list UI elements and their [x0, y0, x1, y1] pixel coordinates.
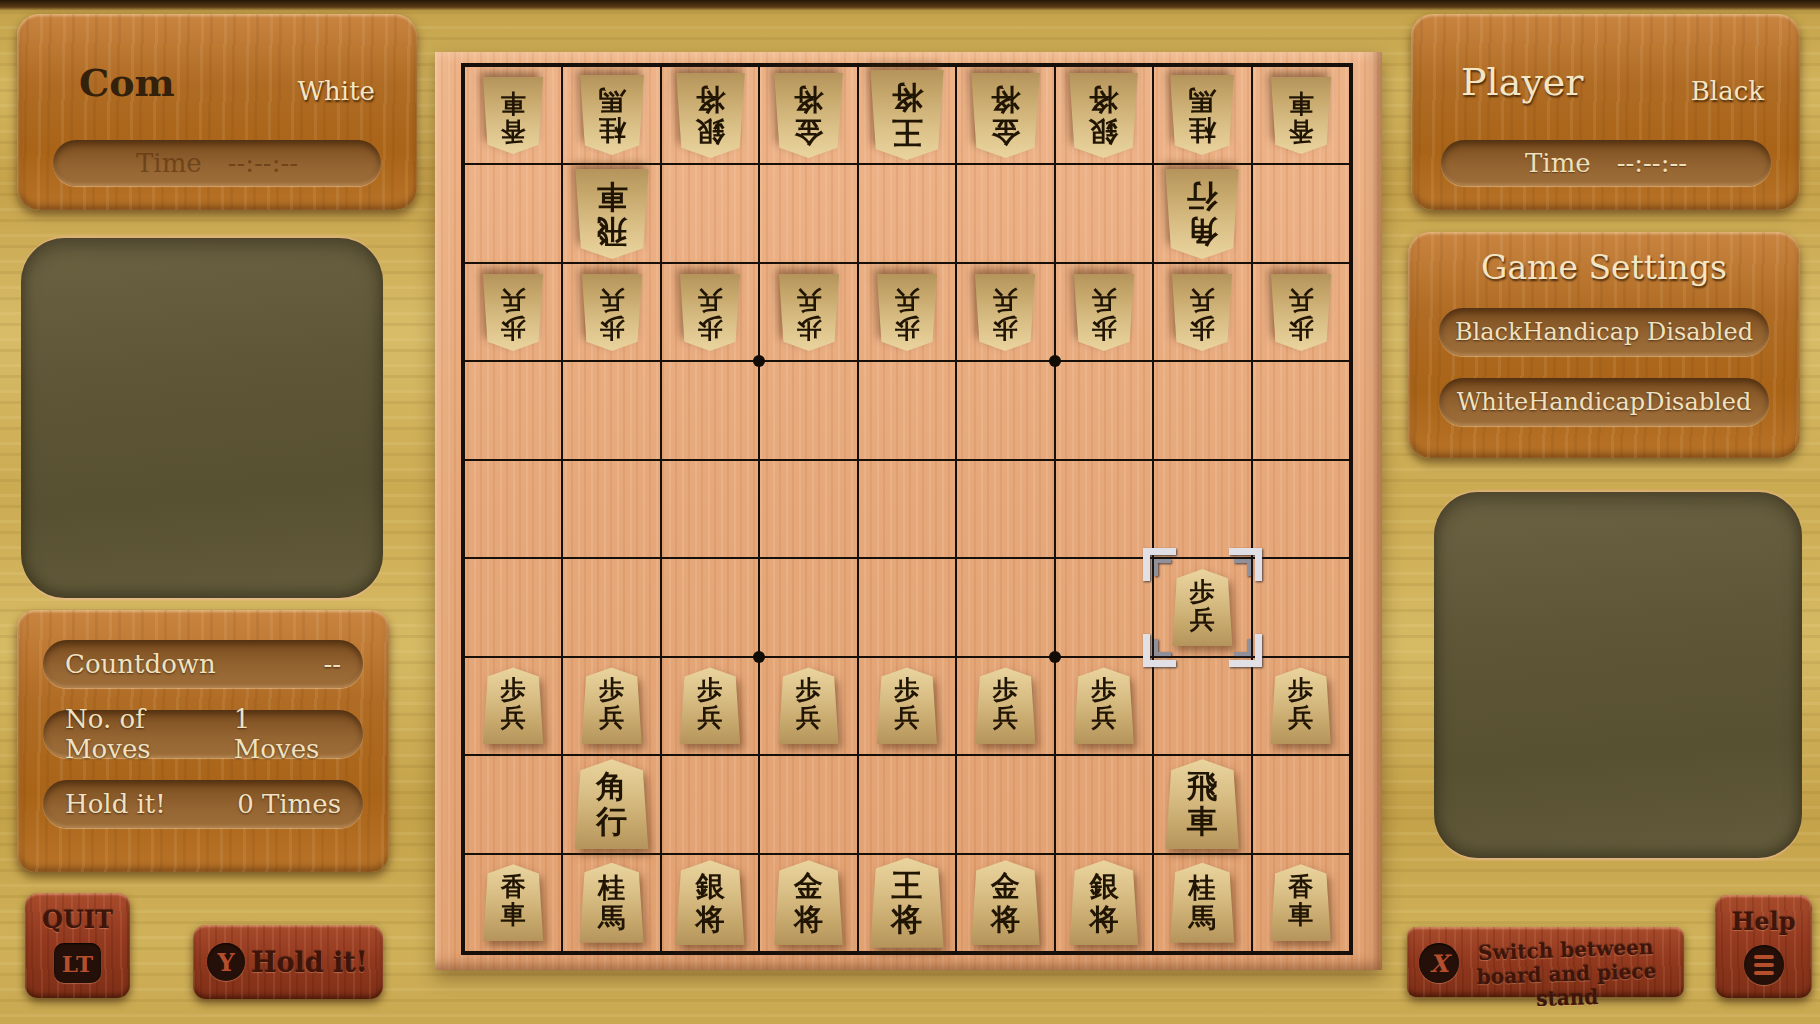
shogi-piece-black[interactable]: 歩兵 [1170, 569, 1234, 646]
shogi-piece-white[interactable]: 香車 [1269, 77, 1333, 154]
board-cell[interactable] [1252, 755, 1350, 853]
shogi-piece-black[interactable]: 香車 [1269, 864, 1333, 941]
shogi-piece-black[interactable]: 歩兵 [580, 667, 644, 744]
shogi-board: 香車桂馬銀将金将王将金将銀将桂馬香車飛車角行歩兵歩兵歩兵歩兵歩兵歩兵歩兵歩兵歩兵… [435, 52, 1382, 970]
board-cell[interactable]: 歩兵 [759, 263, 857, 361]
shogi-piece-black[interactable]: 桂馬 [1168, 863, 1236, 943]
shogi-piece-black[interactable]: 王将 [868, 858, 946, 948]
game-settings-panel: Game Settings BlackHandicap Disabled Whi… [1408, 232, 1800, 458]
board-cell[interactable] [464, 460, 562, 558]
board-cell[interactable] [1153, 361, 1251, 459]
shogi-piece-black[interactable]: 歩兵 [678, 667, 742, 744]
board-cell[interactable]: 桂馬 [562, 854, 660, 952]
hoshi-point [753, 355, 765, 367]
board-cell[interactable]: 歩兵 [1055, 263, 1153, 361]
shogi-piece-white[interactable]: 銀将 [674, 73, 747, 158]
board-cell[interactable] [759, 361, 857, 459]
x-key-icon: X [1419, 943, 1459, 983]
countdown-label: Countdown [65, 649, 216, 679]
board-cell[interactable] [661, 460, 759, 558]
countdown-value: -- [323, 649, 341, 679]
holdit-count-row: Hold it! 0 Times [43, 780, 363, 828]
board-cell[interactable] [661, 558, 759, 656]
hold-it-button[interactable]: Y Hold it! [193, 925, 383, 999]
shogi-piece-white[interactable]: 角行 [1163, 169, 1241, 259]
com-time-label: Time [136, 148, 202, 178]
white-piece-stand[interactable] [21, 238, 383, 598]
board-cell[interactable] [1153, 460, 1251, 558]
board-cell[interactable]: 歩兵 [661, 263, 759, 361]
shogi-piece-white[interactable]: 歩兵 [481, 274, 545, 351]
board-cell[interactable]: 飛車 [1153, 755, 1251, 853]
holdit-count-label: Hold it! [65, 789, 166, 819]
board-cell[interactable] [956, 755, 1054, 853]
board-cell[interactable]: 金将 [759, 66, 857, 164]
board-cell[interactable]: 香車 [464, 854, 562, 952]
switch-board-stand-button[interactable]: X Switch between board and piece stand [1407, 927, 1684, 997]
shogi-piece-white[interactable]: 金将 [969, 73, 1042, 158]
board-cell[interactable]: 歩兵 [858, 657, 956, 755]
quit-label: QUIT [25, 905, 130, 934]
player-panel: Player Black Time --:--:-- [1411, 14, 1800, 210]
board-cell[interactable] [1252, 558, 1350, 656]
board-cell[interactable] [661, 361, 759, 459]
com-time-value: --:--:-- [228, 148, 298, 178]
board-cell[interactable]: 歩兵 [464, 657, 562, 755]
board-cell[interactable]: 銀将 [1055, 66, 1153, 164]
game-settings-title: Game Settings [1408, 248, 1800, 287]
board-cell[interactable]: 歩兵 [1055, 657, 1153, 755]
board-cell[interactable]: 金将 [956, 66, 1054, 164]
quit-button[interactable]: QUIT LT [25, 893, 130, 998]
board-cell[interactable]: 銀将 [1055, 854, 1153, 952]
board-cell[interactable]: 歩兵 [562, 657, 660, 755]
shogi-piece-black[interactable]: 歩兵 [481, 667, 545, 744]
board-cell[interactable]: 桂馬 [1153, 854, 1251, 952]
board-cell[interactable] [661, 755, 759, 853]
board-cell[interactable]: 桂馬 [1153, 66, 1251, 164]
board-cell[interactable]: 飛車 [562, 164, 660, 262]
shogi-piece-white[interactable]: 歩兵 [678, 274, 742, 351]
board-cell[interactable]: 香車 [1252, 854, 1350, 952]
shogi-piece-white[interactable]: 歩兵 [580, 274, 644, 351]
player-time-value: --:--:-- [1617, 148, 1687, 178]
shogi-piece-white[interactable]: 王将 [868, 70, 946, 160]
board-cell[interactable]: 銀将 [661, 854, 759, 952]
board-cell[interactable]: 歩兵 [1252, 657, 1350, 755]
shogi-piece-black[interactable]: 歩兵 [1269, 667, 1333, 744]
com-panel: Com White Time --:--:-- [17, 14, 417, 210]
shogi-piece-black[interactable]: 歩兵 [777, 667, 841, 744]
board-cell[interactable] [661, 164, 759, 262]
player-time-label: Time [1525, 148, 1591, 178]
player-name: Player [1461, 60, 1584, 104]
help-button[interactable]: Help [1715, 895, 1812, 998]
board-cell[interactable] [1055, 460, 1153, 558]
board-cell[interactable] [858, 164, 956, 262]
shogi-piece-white[interactable]: 桂馬 [1168, 75, 1236, 155]
board-cell[interactable]: 角行 [562, 755, 660, 853]
board-cell[interactable]: 角行 [1153, 164, 1251, 262]
board-cell[interactable] [1055, 755, 1153, 853]
board-cell[interactable]: 歩兵 [464, 263, 562, 361]
board-cell[interactable] [858, 460, 956, 558]
hoshi-point [753, 651, 765, 663]
shogi-piece-black[interactable]: 歩兵 [875, 667, 939, 744]
shogi-piece-black[interactable]: 歩兵 [1072, 667, 1136, 744]
shogi-piece-white[interactable]: 歩兵 [1170, 274, 1234, 351]
board-cell[interactable] [956, 361, 1054, 459]
board-cell[interactable] [759, 460, 857, 558]
board-cell[interactable] [956, 558, 1054, 656]
board-cell[interactable] [562, 361, 660, 459]
shogi-piece-white[interactable]: 香車 [481, 77, 545, 154]
board-cell[interactable] [858, 755, 956, 853]
board-cell[interactable] [1055, 164, 1153, 262]
black-piece-stand[interactable] [1434, 492, 1802, 858]
shogi-piece-black[interactable]: 角行 [573, 759, 651, 849]
shogi-piece-black[interactable]: 銀将 [1067, 860, 1140, 945]
shogi-piece-white[interactable]: 歩兵 [1072, 274, 1136, 351]
board-cell[interactable]: 金将 [956, 854, 1054, 952]
board-cell[interactable] [1055, 558, 1153, 656]
shogi-piece-black[interactable]: 桂馬 [578, 863, 646, 943]
board-cell[interactable] [759, 755, 857, 853]
board-cell[interactable]: 銀将 [661, 66, 759, 164]
hoshi-point [1049, 651, 1061, 663]
hold-it-label: Hold it! [251, 947, 368, 978]
help-label: Help [1715, 907, 1812, 936]
board-cell[interactable] [1252, 460, 1350, 558]
board-cell[interactable] [464, 558, 562, 656]
shogi-piece-black[interactable]: 飛車 [1163, 759, 1241, 849]
shogi-piece-white[interactable]: 銀将 [1067, 73, 1140, 158]
com-time-pill: Time --:--:-- [53, 140, 381, 186]
switch-label-line2: board and piece stand [1459, 958, 1676, 1013]
player-time-pill: Time --:--:-- [1441, 140, 1771, 186]
black-handicap-setting[interactable]: BlackHandicap Disabled [1439, 308, 1769, 356]
moves-value: 1 Moves [234, 704, 341, 764]
hoshi-point [1049, 355, 1061, 367]
menu-key-icon [1744, 945, 1784, 985]
board-cell[interactable]: 歩兵 [661, 657, 759, 755]
board-cell[interactable]: 香車 [1252, 66, 1350, 164]
shogi-piece-white[interactable]: 金将 [772, 73, 845, 158]
y-key-icon: Y [207, 943, 245, 981]
board-cell[interactable]: 歩兵 [1153, 558, 1251, 656]
board-cell[interactable] [956, 460, 1054, 558]
board-cell[interactable]: 歩兵 [562, 263, 660, 361]
board-cell[interactable] [1153, 657, 1251, 755]
shogi-piece-white[interactable]: 桂馬 [578, 75, 646, 155]
moves-row: No. of Moves 1 Moves [43, 710, 363, 758]
board-cell[interactable]: 王将 [858, 854, 956, 952]
shogi-piece-black[interactable]: 歩兵 [973, 667, 1037, 744]
board-cell[interactable]: 香車 [464, 66, 562, 164]
screen-top-shadow [0, 0, 1820, 11]
moves-label: No. of Moves [65, 704, 234, 764]
shogi-piece-white[interactable]: 歩兵 [875, 274, 939, 351]
board-cell[interactable]: 歩兵 [956, 657, 1054, 755]
holdit-count-value: 0 Times [237, 789, 341, 819]
board-cell[interactable]: 歩兵 [759, 657, 857, 755]
com-name: Com [79, 60, 175, 105]
shogi-piece-black[interactable]: 金将 [772, 860, 845, 945]
lt-key-icon: LT [54, 943, 101, 983]
shogi-piece-white[interactable]: 歩兵 [777, 274, 841, 351]
board-cell[interactable] [956, 164, 1054, 262]
board-cell[interactable] [1055, 361, 1153, 459]
board-cell[interactable]: 歩兵 [858, 263, 956, 361]
shogi-piece-black[interactable]: 香車 [481, 864, 545, 941]
stats-panel: Countdown -- No. of Moves 1 Moves Hold i… [17, 610, 389, 872]
com-side-label: White [297, 76, 375, 106]
board-cell[interactable]: 王将 [858, 66, 956, 164]
board-cell[interactable]: 歩兵 [1252, 263, 1350, 361]
board-grid: 香車桂馬銀将金将王将金将銀将桂馬香車飛車角行歩兵歩兵歩兵歩兵歩兵歩兵歩兵歩兵歩兵… [461, 63, 1353, 955]
player-side-label: Black [1691, 76, 1764, 106]
shogi-piece-white[interactable]: 歩兵 [1269, 274, 1333, 351]
switch-label: Switch between board and piece stand [1458, 934, 1675, 1013]
shogi-piece-white[interactable]: 飛車 [573, 169, 651, 259]
board-cell[interactable]: 歩兵 [956, 263, 1054, 361]
board-cell[interactable] [858, 558, 956, 656]
shogi-piece-black[interactable]: 金将 [969, 860, 1042, 945]
board-cell[interactable] [464, 361, 562, 459]
board-cell[interactable] [464, 755, 562, 853]
board-cell[interactable] [562, 460, 660, 558]
board-cell[interactable] [464, 164, 562, 262]
shogi-piece-black[interactable]: 銀将 [674, 860, 747, 945]
white-handicap-setting[interactable]: WhiteHandicapDisabled [1439, 378, 1769, 426]
board-cell[interactable] [759, 558, 857, 656]
board-cell[interactable]: 金将 [759, 854, 857, 952]
board-cell[interactable] [1252, 361, 1350, 459]
board-cell[interactable] [759, 164, 857, 262]
board-cell[interactable]: 桂馬 [562, 66, 660, 164]
board-cell[interactable] [858, 361, 956, 459]
board-cell[interactable]: 歩兵 [1153, 263, 1251, 361]
board-cell[interactable] [562, 558, 660, 656]
board-cell[interactable] [1252, 164, 1350, 262]
countdown-row: Countdown -- [43, 640, 363, 688]
shogi-piece-white[interactable]: 歩兵 [973, 274, 1037, 351]
